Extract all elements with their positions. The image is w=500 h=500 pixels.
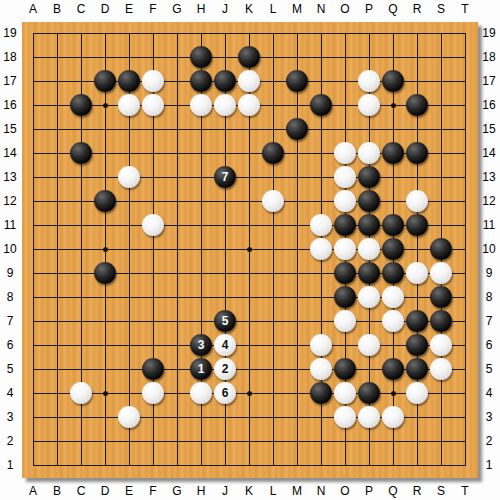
coord-label-right-17: 17 bbox=[479, 74, 499, 88]
stone-black-J7[interactable]: 5 bbox=[214, 310, 236, 332]
coord-label-left-4: 4 bbox=[0, 386, 20, 400]
coord-label-bottom-E: E bbox=[119, 484, 139, 498]
stone-black-P9[interactable] bbox=[358, 262, 380, 284]
stone-black-P12[interactable] bbox=[358, 190, 380, 212]
star-point-D4 bbox=[103, 391, 108, 396]
stone-white-R12[interactable] bbox=[406, 190, 428, 212]
stone-black-S8[interactable] bbox=[430, 286, 452, 308]
coord-label-top-Q: Q bbox=[383, 2, 403, 16]
coord-label-bottom-A: A bbox=[23, 484, 43, 498]
coord-label-left-17: 17 bbox=[0, 74, 20, 88]
star-point-K10 bbox=[247, 247, 252, 252]
coord-label-left-10: 10 bbox=[0, 242, 20, 256]
coord-label-left-12: 12 bbox=[0, 194, 20, 208]
stone-white-F17[interactable] bbox=[142, 70, 164, 92]
stone-white-P17[interactable] bbox=[358, 70, 380, 92]
goban[interactable]: 7534126 bbox=[22, 22, 478, 478]
coord-label-left-18: 18 bbox=[0, 50, 20, 64]
stone-white-E16[interactable] bbox=[118, 94, 140, 116]
coord-label-left-3: 3 bbox=[0, 410, 20, 424]
coord-label-right-2: 2 bbox=[479, 434, 499, 448]
stone-white-O13[interactable] bbox=[334, 166, 356, 188]
coord-label-top-T: T bbox=[455, 2, 475, 16]
go-board-app: 7534126 AABBCCDDEEFFGGHHJJKKLLMMNNOOPPQQ… bbox=[0, 0, 500, 500]
coord-label-top-M: M bbox=[287, 2, 307, 16]
stone-white-L12[interactable] bbox=[262, 190, 284, 212]
stone-black-N4[interactable] bbox=[310, 382, 332, 404]
coord-label-bottom-M: M bbox=[287, 484, 307, 498]
coord-label-left-6: 6 bbox=[0, 338, 20, 352]
stone-white-P14[interactable] bbox=[358, 142, 380, 164]
coord-label-top-L: L bbox=[263, 2, 283, 16]
coord-label-bottom-B: B bbox=[47, 484, 67, 498]
coord-label-bottom-R: R bbox=[407, 484, 427, 498]
coord-label-right-9: 9 bbox=[479, 266, 499, 280]
coord-label-top-C: C bbox=[71, 2, 91, 16]
stone-black-H17[interactable] bbox=[190, 70, 212, 92]
stone-white-N10[interactable] bbox=[310, 238, 332, 260]
coord-label-bottom-L: L bbox=[263, 484, 283, 498]
stone-black-P13[interactable] bbox=[358, 166, 380, 188]
stone-white-P16[interactable] bbox=[358, 94, 380, 116]
coord-label-left-8: 8 bbox=[0, 290, 20, 304]
coord-label-right-14: 14 bbox=[479, 146, 499, 160]
coord-label-right-7: 7 bbox=[479, 314, 499, 328]
star-point-D16 bbox=[103, 103, 108, 108]
coord-label-left-5: 5 bbox=[0, 362, 20, 376]
coord-label-top-F: F bbox=[143, 2, 163, 16]
stone-black-Q14[interactable] bbox=[382, 142, 404, 164]
coord-label-top-S: S bbox=[431, 2, 451, 16]
coord-label-right-4: 4 bbox=[479, 386, 499, 400]
stone-white-Q8[interactable] bbox=[382, 286, 404, 308]
coord-label-top-A: A bbox=[23, 2, 43, 16]
stone-black-R11[interactable] bbox=[406, 214, 428, 236]
coord-label-top-O: O bbox=[335, 2, 355, 16]
stone-white-O4[interactable] bbox=[334, 382, 356, 404]
coord-label-bottom-F: F bbox=[143, 484, 163, 498]
coord-label-right-5: 5 bbox=[479, 362, 499, 376]
coord-label-left-2: 2 bbox=[0, 434, 20, 448]
coord-label-bottom-D: D bbox=[95, 484, 115, 498]
stone-black-R7[interactable] bbox=[406, 310, 428, 332]
stone-white-S9[interactable] bbox=[430, 262, 452, 284]
star-point-Q16 bbox=[391, 103, 396, 108]
coord-label-right-18: 18 bbox=[479, 50, 499, 64]
stone-white-Q3[interactable] bbox=[382, 406, 404, 428]
stone-black-Q11[interactable] bbox=[382, 214, 404, 236]
stone-white-F4[interactable] bbox=[142, 382, 164, 404]
coord-label-top-J: J bbox=[215, 2, 235, 16]
stone-white-N5[interactable] bbox=[310, 358, 332, 380]
coord-label-bottom-S: S bbox=[431, 484, 451, 498]
stone-white-H16[interactable] bbox=[190, 94, 212, 116]
stone-black-O5[interactable] bbox=[334, 358, 356, 380]
coord-label-bottom-G: G bbox=[167, 484, 187, 498]
coord-label-top-E: E bbox=[119, 2, 139, 16]
coord-label-top-N: N bbox=[311, 2, 331, 16]
coord-label-right-15: 15 bbox=[479, 122, 499, 136]
coord-label-right-11: 11 bbox=[479, 218, 499, 232]
move-number-label: 5 bbox=[222, 315, 229, 327]
stone-white-R9[interactable] bbox=[406, 262, 428, 284]
move-number-label: 6 bbox=[222, 387, 229, 399]
stone-black-S10[interactable] bbox=[430, 238, 452, 260]
grid-line-horizontal bbox=[33, 441, 466, 442]
stone-black-S7[interactable] bbox=[430, 310, 452, 332]
stone-black-O11[interactable] bbox=[334, 214, 356, 236]
stone-white-H4[interactable] bbox=[190, 382, 212, 404]
coord-label-right-10: 10 bbox=[479, 242, 499, 256]
coord-label-top-D: D bbox=[95, 2, 115, 16]
stone-black-R14[interactable] bbox=[406, 142, 428, 164]
grid-line-vertical bbox=[273, 33, 274, 466]
coord-label-bottom-H: H bbox=[191, 484, 211, 498]
grid-line-vertical bbox=[297, 33, 298, 466]
coord-label-bottom-J: J bbox=[215, 484, 235, 498]
stone-black-R5[interactable] bbox=[406, 358, 428, 380]
coord-label-top-R: R bbox=[407, 2, 427, 16]
coord-label-top-B: B bbox=[47, 2, 67, 16]
stone-white-Q7[interactable] bbox=[382, 310, 404, 332]
stone-black-C16[interactable] bbox=[70, 94, 92, 116]
stone-black-P11[interactable] bbox=[358, 214, 380, 236]
coord-label-bottom-P: P bbox=[359, 484, 379, 498]
coord-label-right-16: 16 bbox=[479, 98, 499, 112]
coord-label-right-6: 6 bbox=[479, 338, 499, 352]
stone-black-H18[interactable] bbox=[190, 46, 212, 68]
stone-white-P8[interactable] bbox=[358, 286, 380, 308]
grid-line-horizontal bbox=[33, 465, 466, 466]
stone-black-J17[interactable] bbox=[214, 70, 236, 92]
stone-white-R4[interactable] bbox=[406, 382, 428, 404]
stone-black-M17[interactable] bbox=[286, 70, 308, 92]
stone-white-O7[interactable] bbox=[334, 310, 356, 332]
stone-black-Q10[interactable] bbox=[382, 238, 404, 260]
stone-black-H6[interactable]: 3 bbox=[190, 334, 212, 356]
stone-black-Q9[interactable] bbox=[382, 262, 404, 284]
stone-black-R6[interactable] bbox=[406, 334, 428, 356]
coord-label-left-11: 11 bbox=[0, 218, 20, 232]
stone-black-K18[interactable] bbox=[238, 46, 260, 68]
star-point-D10 bbox=[103, 247, 108, 252]
coord-label-right-12: 12 bbox=[479, 194, 499, 208]
stone-white-E3[interactable] bbox=[118, 406, 140, 428]
stone-black-J13[interactable]: 7 bbox=[214, 166, 236, 188]
stone-white-K16[interactable] bbox=[238, 94, 260, 116]
stone-white-P3[interactable] bbox=[358, 406, 380, 428]
move-number-label: 4 bbox=[222, 339, 229, 351]
coord-label-left-9: 9 bbox=[0, 266, 20, 280]
star-point-Q4 bbox=[391, 391, 396, 396]
coord-label-left-14: 14 bbox=[0, 146, 20, 160]
grid-line-horizontal bbox=[33, 345, 466, 346]
stone-black-Q17[interactable] bbox=[382, 70, 404, 92]
stone-white-E13[interactable] bbox=[118, 166, 140, 188]
coord-label-left-13: 13 bbox=[0, 170, 20, 184]
coord-label-right-19: 19 bbox=[479, 26, 499, 40]
stone-black-D17[interactable] bbox=[94, 70, 116, 92]
coord-label-bottom-C: C bbox=[71, 484, 91, 498]
stone-white-P10[interactable] bbox=[358, 238, 380, 260]
move-number-label: 1 bbox=[198, 363, 205, 375]
stone-white-O12[interactable] bbox=[334, 190, 356, 212]
stone-white-F16[interactable] bbox=[142, 94, 164, 116]
stone-black-O9[interactable] bbox=[334, 262, 356, 284]
stone-black-F5[interactable] bbox=[142, 358, 164, 380]
stone-black-O8[interactable] bbox=[334, 286, 356, 308]
star-point-K4 bbox=[247, 391, 252, 396]
stone-white-N11[interactable] bbox=[310, 214, 332, 236]
coord-label-bottom-O: O bbox=[335, 484, 355, 498]
coord-label-left-15: 15 bbox=[0, 122, 20, 136]
stone-white-F11[interactable] bbox=[142, 214, 164, 236]
coord-label-bottom-Q: Q bbox=[383, 484, 403, 498]
stone-white-P6[interactable] bbox=[358, 334, 380, 356]
stone-white-S5[interactable] bbox=[430, 358, 452, 380]
stone-white-J6[interactable]: 4 bbox=[214, 334, 236, 356]
stone-black-N16[interactable] bbox=[310, 94, 332, 116]
stone-white-J5[interactable]: 2 bbox=[214, 358, 236, 380]
coord-label-top-P: P bbox=[359, 2, 379, 16]
coord-label-top-K: K bbox=[239, 2, 259, 16]
coord-label-bottom-N: N bbox=[311, 484, 331, 498]
stone-white-K17[interactable] bbox=[238, 70, 260, 92]
coord-label-bottom-T: T bbox=[455, 484, 475, 498]
coord-label-right-3: 3 bbox=[479, 410, 499, 424]
stone-white-J4[interactable]: 6 bbox=[214, 382, 236, 404]
stone-black-E17[interactable] bbox=[118, 70, 140, 92]
stone-white-J16[interactable] bbox=[214, 94, 236, 116]
stone-black-Q5[interactable] bbox=[382, 358, 404, 380]
stone-black-R16[interactable] bbox=[406, 94, 428, 116]
stone-white-O3[interactable] bbox=[334, 406, 356, 428]
coord-label-left-7: 7 bbox=[0, 314, 20, 328]
stone-black-M15[interactable] bbox=[286, 118, 308, 140]
coord-label-top-H: H bbox=[191, 2, 211, 16]
stone-black-D12[interactable] bbox=[94, 190, 116, 212]
coord-label-top-G: G bbox=[167, 2, 187, 16]
stone-black-C14[interactable] bbox=[70, 142, 92, 164]
stone-white-O14[interactable] bbox=[334, 142, 356, 164]
coord-label-left-19: 19 bbox=[0, 26, 20, 40]
grid-line-vertical bbox=[465, 33, 466, 466]
coord-label-right-13: 13 bbox=[479, 170, 499, 184]
stone-white-O10[interactable] bbox=[334, 238, 356, 260]
stone-black-L14[interactable] bbox=[262, 142, 284, 164]
stone-white-N6[interactable] bbox=[310, 334, 332, 356]
stone-white-C4[interactable] bbox=[70, 382, 92, 404]
coord-label-right-1: 1 bbox=[479, 458, 499, 472]
move-number-label: 3 bbox=[198, 339, 205, 351]
move-number-label: 2 bbox=[222, 363, 229, 375]
coord-label-right-8: 8 bbox=[479, 290, 499, 304]
stone-black-H5[interactable]: 1 bbox=[190, 358, 212, 380]
coord-label-bottom-K: K bbox=[239, 484, 259, 498]
stone-black-P4[interactable] bbox=[358, 382, 380, 404]
move-number-label: 7 bbox=[222, 171, 229, 183]
coord-label-left-16: 16 bbox=[0, 98, 20, 112]
stone-white-S6[interactable] bbox=[430, 334, 452, 356]
coord-label-left-1: 1 bbox=[0, 458, 20, 472]
stone-black-D9[interactable] bbox=[94, 262, 116, 284]
